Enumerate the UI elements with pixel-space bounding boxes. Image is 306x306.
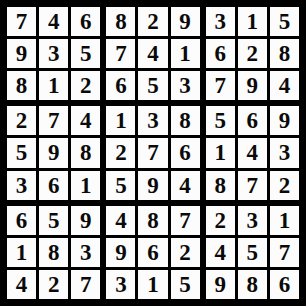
cell-r9c6[interactable]: 5 bbox=[171, 270, 200, 299]
cell-r3c1[interactable]: 8 bbox=[7, 71, 36, 100]
cell-r2c6[interactable]: 1 bbox=[171, 39, 200, 68]
cell-r1c4[interactable]: 8 bbox=[106, 7, 135, 36]
cell-r5c6[interactable]: 6 bbox=[171, 138, 200, 167]
cell-r2c5[interactable]: 4 bbox=[138, 39, 167, 68]
cell-r9c2[interactable]: 2 bbox=[39, 270, 68, 299]
cell-r5c5[interactable]: 7 bbox=[138, 138, 167, 167]
cell-r6c1[interactable]: 3 bbox=[7, 171, 36, 200]
cell-r8c8[interactable]: 5 bbox=[238, 238, 267, 267]
sudoku-box-4: 274598361 bbox=[7, 106, 100, 199]
cell-r1c8[interactable]: 1 bbox=[238, 7, 267, 36]
cell-r4c7[interactable]: 5 bbox=[206, 106, 235, 135]
cell-r5c7[interactable]: 1 bbox=[206, 138, 235, 167]
sudoku-box-3: 315628794 bbox=[206, 7, 299, 100]
cell-r8c3[interactable]: 3 bbox=[71, 238, 100, 267]
cell-r5c8[interactable]: 4 bbox=[238, 138, 267, 167]
cell-r9c8[interactable]: 8 bbox=[238, 270, 267, 299]
cell-r8c1[interactable]: 1 bbox=[7, 238, 36, 267]
cell-r7c4[interactable]: 4 bbox=[106, 206, 135, 235]
cell-r2c8[interactable]: 2 bbox=[238, 39, 267, 68]
cell-r1c2[interactable]: 4 bbox=[39, 7, 68, 36]
cell-r4c2[interactable]: 7 bbox=[39, 106, 68, 135]
sudoku-box-1: 746935812 bbox=[7, 7, 100, 100]
cell-r5c9[interactable]: 3 bbox=[270, 138, 299, 167]
cell-r7c7[interactable]: 2 bbox=[206, 206, 235, 235]
cell-r2c9[interactable]: 8 bbox=[270, 39, 299, 68]
cell-r7c1[interactable]: 6 bbox=[7, 206, 36, 235]
cell-r9c3[interactable]: 7 bbox=[71, 270, 100, 299]
cell-r6c9[interactable]: 2 bbox=[270, 171, 299, 200]
sudoku-box-8: 487962315 bbox=[106, 206, 199, 299]
cell-r3c4[interactable]: 6 bbox=[106, 71, 135, 100]
cell-r4c9[interactable]: 9 bbox=[270, 106, 299, 135]
cell-r7c2[interactable]: 5 bbox=[39, 206, 68, 235]
cell-r4c5[interactable]: 3 bbox=[138, 106, 167, 135]
cell-r8c2[interactable]: 8 bbox=[39, 238, 68, 267]
cell-r9c9[interactable]: 6 bbox=[270, 270, 299, 299]
cell-r6c2[interactable]: 6 bbox=[39, 171, 68, 200]
cell-r5c1[interactable]: 5 bbox=[7, 138, 36, 167]
cell-r2c2[interactable]: 3 bbox=[39, 39, 68, 68]
cell-r5c2[interactable]: 9 bbox=[39, 138, 68, 167]
cell-r2c7[interactable]: 6 bbox=[206, 39, 235, 68]
sudoku-board: 7469358128297416533156287942745983611382… bbox=[0, 0, 306, 306]
cell-r3c2[interactable]: 1 bbox=[39, 71, 68, 100]
sudoku-box-9: 231457986 bbox=[206, 206, 299, 299]
cell-r4c1[interactable]: 2 bbox=[7, 106, 36, 135]
cell-r2c3[interactable]: 5 bbox=[71, 39, 100, 68]
cell-r3c7[interactable]: 7 bbox=[206, 71, 235, 100]
cell-r1c1[interactable]: 7 bbox=[7, 7, 36, 36]
cell-r3c5[interactable]: 5 bbox=[138, 71, 167, 100]
cell-r8c6[interactable]: 2 bbox=[171, 238, 200, 267]
cell-r4c3[interactable]: 4 bbox=[71, 106, 100, 135]
cell-r7c5[interactable]: 8 bbox=[138, 206, 167, 235]
cell-r6c6[interactable]: 4 bbox=[171, 171, 200, 200]
cell-r6c3[interactable]: 1 bbox=[71, 171, 100, 200]
cell-r9c7[interactable]: 9 bbox=[206, 270, 235, 299]
cell-r6c5[interactable]: 9 bbox=[138, 171, 167, 200]
cell-r7c9[interactable]: 1 bbox=[270, 206, 299, 235]
cell-r9c1[interactable]: 4 bbox=[7, 270, 36, 299]
cell-r5c3[interactable]: 8 bbox=[71, 138, 100, 167]
cell-r1c3[interactable]: 6 bbox=[71, 7, 100, 36]
cell-r4c6[interactable]: 8 bbox=[171, 106, 200, 135]
cell-r1c5[interactable]: 2 bbox=[138, 7, 167, 36]
cell-r5c4[interactable]: 2 bbox=[106, 138, 135, 167]
cell-r1c7[interactable]: 3 bbox=[206, 7, 235, 36]
cell-r8c4[interactable]: 9 bbox=[106, 238, 135, 267]
cell-r2c4[interactable]: 7 bbox=[106, 39, 135, 68]
cell-r3c6[interactable]: 3 bbox=[171, 71, 200, 100]
cell-r8c5[interactable]: 6 bbox=[138, 238, 167, 267]
cell-r3c9[interactable]: 4 bbox=[270, 71, 299, 100]
cell-r8c7[interactable]: 4 bbox=[206, 238, 235, 267]
cell-r7c3[interactable]: 9 bbox=[71, 206, 100, 235]
cell-r9c4[interactable]: 3 bbox=[106, 270, 135, 299]
cell-r9c5[interactable]: 1 bbox=[138, 270, 167, 299]
sudoku-box-5: 138276594 bbox=[106, 106, 199, 199]
cell-r1c9[interactable]: 5 bbox=[270, 7, 299, 36]
cell-r2c1[interactable]: 9 bbox=[7, 39, 36, 68]
cell-r3c8[interactable]: 9 bbox=[238, 71, 267, 100]
cell-r7c6[interactable]: 7 bbox=[171, 206, 200, 235]
sudoku-box-6: 569143872 bbox=[206, 106, 299, 199]
cell-r6c7[interactable]: 8 bbox=[206, 171, 235, 200]
sudoku-box-2: 829741653 bbox=[106, 7, 199, 100]
cell-r4c8[interactable]: 6 bbox=[238, 106, 267, 135]
cell-r1c6[interactable]: 9 bbox=[171, 7, 200, 36]
cell-r3c3[interactable]: 2 bbox=[71, 71, 100, 100]
cell-r8c9[interactable]: 7 bbox=[270, 238, 299, 267]
cell-r7c8[interactable]: 3 bbox=[238, 206, 267, 235]
sudoku-box-7: 659183427 bbox=[7, 206, 100, 299]
cell-r4c4[interactable]: 1 bbox=[106, 106, 135, 135]
cell-r6c4[interactable]: 5 bbox=[106, 171, 135, 200]
cell-r6c8[interactable]: 7 bbox=[238, 171, 267, 200]
